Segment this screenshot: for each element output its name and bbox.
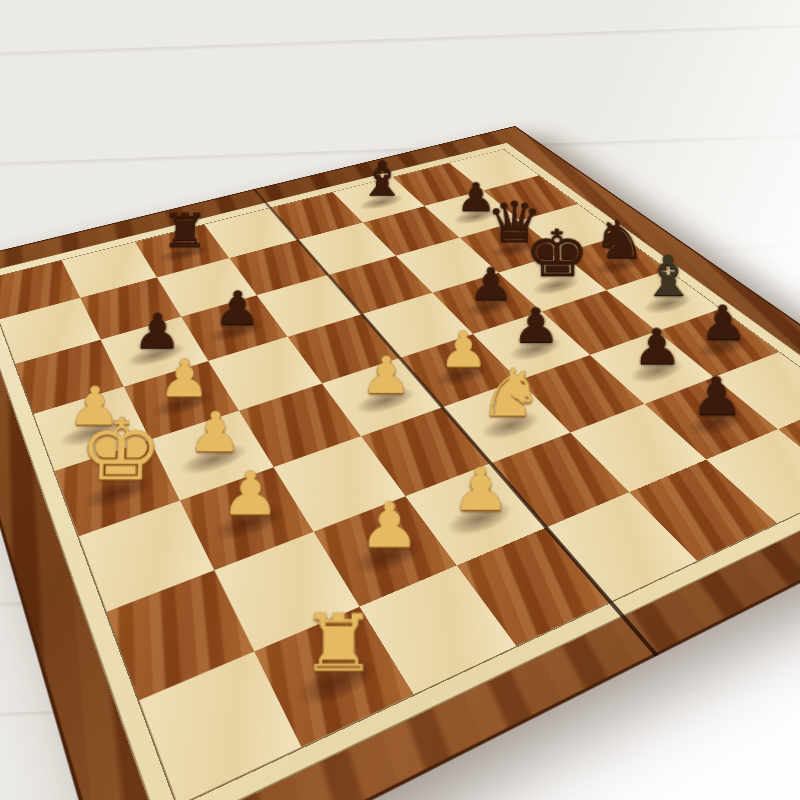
piece-black-pawn-g3: ♟ (631, 322, 682, 371)
piece-black-pawn-h3: ♟ (698, 299, 748, 347)
piece-black-knight-h5: ♞ (591, 213, 646, 266)
table-background: ♜♝♟♟♟♛♟♟♟♚♞♚♟♟♟♟♝♟♞♟♟♟♟♟♜ (0, 0, 800, 800)
piece-white-pawn-b3: ♟ (220, 463, 280, 523)
piece-black-bishop-h4: ♝ (639, 248, 697, 304)
chess-board: ♜♝♟♟♟♛♟♟♟♚♞♚♟♟♟♟♝♟♞♟♟♟♟♟♜ (0, 127, 800, 800)
piece-white-knight-e3: ♞ (477, 360, 544, 426)
square-c4 (239, 383, 361, 467)
piece-white-pawn-b5: ♟ (158, 352, 211, 404)
piece-black-pawn-f5: ♟ (468, 261, 514, 306)
piece-white-pawn-d4: ♟ (360, 349, 412, 400)
board-frame: ♜♝♟♟♟♛♟♟♟♚♞♚♟♟♟♟♝♟♞♟♟♟♟♟♜ (0, 127, 800, 800)
piece-black-bishop-f8: ♝ (357, 155, 406, 203)
piece-white-rook-b1: ♜ (299, 604, 377, 683)
piece-black-rook-c8: ♜ (160, 207, 208, 253)
piece-white-pawn-c2: ♟ (358, 494, 420, 556)
board-border-inlay: ♜♝♟♟♟♛♟♟♟♚♞♚♟♟♟♟♝♟♞♟♟♟♟♟♜ (0, 142, 800, 800)
piece-black-king-g5: ♚ (524, 222, 590, 286)
piece-white-pawn-b4: ♟ (187, 404, 243, 459)
board-grid: ♜♝♟♟♟♛♟♟♟♚♞♚♟♟♟♟♝♟♞♟♟♟♟♟♜ (0, 149, 800, 800)
piece-white-king-a4: ♚ (77, 409, 164, 493)
piece-black-pawn-f4: ♟ (511, 301, 560, 349)
piece-white-pawn-d2: ♟ (451, 459, 511, 518)
piece-black-pawn-g2: ♟ (689, 369, 744, 422)
piece-black-pawn-c6: ♟ (213, 285, 261, 332)
